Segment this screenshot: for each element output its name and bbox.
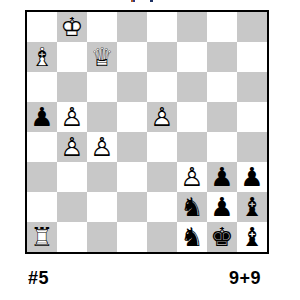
white-pawn-e5: ♟♙ bbox=[147, 102, 177, 132]
white-rook-a1: ♜♖ bbox=[27, 222, 57, 252]
square-e4 bbox=[147, 132, 177, 162]
black-pawn-h3: ♟ bbox=[237, 162, 267, 192]
white-pawn-b5: ♟♙ bbox=[57, 102, 87, 132]
black-pawn-a5: ♟ bbox=[27, 102, 57, 132]
square-g4 bbox=[207, 132, 237, 162]
square-a4 bbox=[27, 132, 57, 162]
square-c7: ♛♕ bbox=[87, 42, 117, 72]
square-b1 bbox=[57, 222, 87, 252]
square-g8 bbox=[207, 12, 237, 42]
square-c8 bbox=[87, 12, 117, 42]
black-knight-f1: ♞ bbox=[177, 222, 207, 252]
square-c2 bbox=[87, 192, 117, 222]
black-pawn-g3: ♟ bbox=[207, 162, 237, 192]
square-e3 bbox=[147, 162, 177, 192]
chess-board: ♚♔♝♗♛♕♟♟♙♟♙♟♙♟♙♟♙♟♟♞♟♝♜♖♞♚♝ bbox=[25, 10, 269, 254]
black-pawn-g2: ♟ bbox=[207, 192, 237, 222]
square-g2: ♟ bbox=[207, 192, 237, 222]
cropped-text-remnant-1 bbox=[131, 0, 135, 2]
square-c4: ♟♙ bbox=[87, 132, 117, 162]
square-g7 bbox=[207, 42, 237, 72]
square-b4: ♟♙ bbox=[57, 132, 87, 162]
white-pawn-c4: ♟♙ bbox=[87, 132, 117, 162]
white-bishop-a7: ♝♗ bbox=[27, 42, 57, 72]
square-h7 bbox=[237, 42, 267, 72]
square-f3: ♟♙ bbox=[177, 162, 207, 192]
square-e7 bbox=[147, 42, 177, 72]
square-a3 bbox=[27, 162, 57, 192]
cropped-text-remnant-2 bbox=[150, 0, 153, 2]
black-knight-f2: ♞ bbox=[177, 192, 207, 222]
square-h2: ♝ bbox=[237, 192, 267, 222]
square-e2 bbox=[147, 192, 177, 222]
square-h6 bbox=[237, 72, 267, 102]
square-h1: ♝ bbox=[237, 222, 267, 252]
square-a6 bbox=[27, 72, 57, 102]
square-a2 bbox=[27, 192, 57, 222]
square-e5: ♟♙ bbox=[147, 102, 177, 132]
square-g6 bbox=[207, 72, 237, 102]
white-pawn-b4: ♟♙ bbox=[57, 132, 87, 162]
black-king-g1: ♚ bbox=[207, 222, 237, 252]
piece-count-label: 9+9 bbox=[229, 268, 261, 289]
white-queen-c7: ♛♕ bbox=[87, 42, 117, 72]
square-c1 bbox=[87, 222, 117, 252]
square-e6 bbox=[147, 72, 177, 102]
black-bishop-h1: ♝ bbox=[237, 222, 267, 252]
square-d4 bbox=[117, 132, 147, 162]
square-g1: ♚ bbox=[207, 222, 237, 252]
square-b2 bbox=[57, 192, 87, 222]
square-a7: ♝♗ bbox=[27, 42, 57, 72]
square-d2 bbox=[117, 192, 147, 222]
square-c5 bbox=[87, 102, 117, 132]
square-a1: ♜♖ bbox=[27, 222, 57, 252]
square-b8: ♚♔ bbox=[57, 12, 87, 42]
white-king-b8: ♚♔ bbox=[57, 12, 87, 42]
square-f2: ♞ bbox=[177, 192, 207, 222]
square-b3 bbox=[57, 162, 87, 192]
white-pawn-f3: ♟♙ bbox=[177, 162, 207, 192]
square-g3: ♟ bbox=[207, 162, 237, 192]
square-h3: ♟ bbox=[237, 162, 267, 192]
square-d8 bbox=[117, 12, 147, 42]
square-f6 bbox=[177, 72, 207, 102]
stipulation-label: #5 bbox=[28, 268, 49, 289]
square-f8 bbox=[177, 12, 207, 42]
square-e1 bbox=[147, 222, 177, 252]
square-f7 bbox=[177, 42, 207, 72]
square-f1: ♞ bbox=[177, 222, 207, 252]
square-c6 bbox=[87, 72, 117, 102]
square-a5: ♟ bbox=[27, 102, 57, 132]
square-d7 bbox=[117, 42, 147, 72]
square-d5 bbox=[117, 102, 147, 132]
square-h5 bbox=[237, 102, 267, 132]
square-d6 bbox=[117, 72, 147, 102]
square-d3 bbox=[117, 162, 147, 192]
square-d1 bbox=[117, 222, 147, 252]
square-h4 bbox=[237, 132, 267, 162]
square-c3 bbox=[87, 162, 117, 192]
square-a8 bbox=[27, 12, 57, 42]
black-bishop-h2: ♝ bbox=[237, 192, 267, 222]
square-e8 bbox=[147, 12, 177, 42]
square-f4 bbox=[177, 132, 207, 162]
square-f5 bbox=[177, 102, 207, 132]
square-g5 bbox=[207, 102, 237, 132]
square-b5: ♟♙ bbox=[57, 102, 87, 132]
square-h8 bbox=[237, 12, 267, 42]
square-b6 bbox=[57, 72, 87, 102]
square-b7 bbox=[57, 42, 87, 72]
